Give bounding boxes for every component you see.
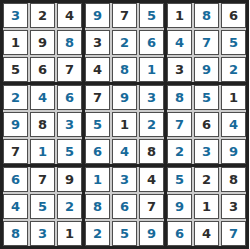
sudoku-cell-r3c4[interactable]: 4 [85,57,110,82]
sudoku-cell-r5c8[interactable]: 6 [194,112,219,137]
sudoku-cell-r5c2[interactable]: 8 [30,112,55,137]
sudoku-box-9: 528913647 [167,167,246,246]
sudoku-cell-r2c7[interactable]: 4 [167,30,192,55]
sudoku-cell-r2c2[interactable]: 9 [30,30,55,55]
sudoku-cell-r5c3[interactable]: 3 [57,112,82,137]
sudoku-cell-r7c1[interactable]: 6 [3,167,28,192]
sudoku-cell-r8c4[interactable]: 8 [85,194,110,219]
sudoku-cell-r6c9[interactable]: 9 [221,139,246,164]
sudoku-cell-r4c5[interactable]: 9 [112,85,137,110]
sudoku-cell-r6c5[interactable]: 4 [112,139,137,164]
sudoku-cell-r9c6[interactable]: 9 [139,221,164,246]
sudoku-cell-r4c8[interactable]: 5 [194,85,219,110]
sudoku-cell-r2c9[interactable]: 5 [221,30,246,55]
sudoku-cell-r1c8[interactable]: 8 [194,3,219,28]
sudoku-cell-r6c1[interactable]: 7 [3,139,28,164]
sudoku-cell-r4c2[interactable]: 4 [30,85,55,110]
sudoku-box-6: 851764239 [167,85,246,164]
sudoku-cell-r2c4[interactable]: 3 [85,30,110,55]
sudoku-cell-r1c9[interactable]: 6 [221,3,246,28]
sudoku-cell-r7c4[interactable]: 1 [85,167,110,192]
sudoku-cell-r8c5[interactable]: 6 [112,194,137,219]
sudoku-cell-r4c3[interactable]: 6 [57,85,82,110]
sudoku-cell-r5c7[interactable]: 7 [167,112,192,137]
sudoku-cell-r9c4[interactable]: 2 [85,221,110,246]
sudoku-box-2: 975326481 [85,3,164,82]
sudoku-cell-r1c1[interactable]: 3 [3,3,28,28]
sudoku-cell-r5c4[interactable]: 5 [85,112,110,137]
sudoku-cell-r3c8[interactable]: 9 [194,57,219,82]
sudoku-cell-r8c3[interactable]: 2 [57,194,82,219]
sudoku-cell-r1c3[interactable]: 4 [57,3,82,28]
sudoku-box-8: 134867259 [85,167,164,246]
sudoku-cell-r3c9[interactable]: 2 [221,57,246,82]
sudoku-cell-r9c8[interactable]: 4 [194,221,219,246]
sudoku-cell-r4c4[interactable]: 7 [85,85,110,110]
sudoku-cell-r3c7[interactable]: 3 [167,57,192,82]
sudoku-cell-r1c2[interactable]: 2 [30,3,55,28]
sudoku-cell-r8c2[interactable]: 5 [30,194,55,219]
sudoku-box-1: 324198567 [3,3,82,82]
sudoku-cell-r1c6[interactable]: 5 [139,3,164,28]
sudoku-cell-r1c5[interactable]: 7 [112,3,137,28]
sudoku-cell-r2c3[interactable]: 8 [57,30,82,55]
sudoku-cell-r8c6[interactable]: 7 [139,194,164,219]
sudoku-cell-r3c5[interactable]: 8 [112,57,137,82]
sudoku-cell-r8c1[interactable]: 4 [3,194,28,219]
sudoku-cell-r8c9[interactable]: 3 [221,194,246,219]
sudoku-cell-r2c8[interactable]: 7 [194,30,219,55]
sudoku-cell-r1c4[interactable]: 9 [85,3,110,28]
sudoku-box-5: 793512648 [85,85,164,164]
sudoku-cell-r4c6[interactable]: 3 [139,85,164,110]
sudoku-cell-r7c7[interactable]: 5 [167,167,192,192]
sudoku-cell-r5c1[interactable]: 9 [3,112,28,137]
sudoku-cell-r2c5[interactable]: 2 [112,30,137,55]
sudoku-cell-r9c3[interactable]: 1 [57,221,82,246]
sudoku-cell-r6c2[interactable]: 1 [30,139,55,164]
sudoku-cell-r7c5[interactable]: 3 [112,167,137,192]
sudoku-cell-r8c7[interactable]: 9 [167,194,192,219]
sudoku-cell-r9c7[interactable]: 6 [167,221,192,246]
sudoku-box-4: 246983715 [3,85,82,164]
sudoku-cell-r5c9[interactable]: 4 [221,112,246,137]
sudoku-cell-r9c9[interactable]: 7 [221,221,246,246]
sudoku-cell-r3c1[interactable]: 5 [3,57,28,82]
sudoku-cell-r4c9[interactable]: 1 [221,85,246,110]
sudoku-cell-r9c2[interactable]: 3 [30,221,55,246]
sudoku-cell-r3c3[interactable]: 7 [57,57,82,82]
sudoku-cell-r9c1[interactable]: 8 [3,221,28,246]
sudoku-cell-r6c6[interactable]: 8 [139,139,164,164]
sudoku-cell-r1c7[interactable]: 1 [167,3,192,28]
sudoku-cell-r4c1[interactable]: 2 [3,85,28,110]
sudoku-box-7: 679452831 [3,167,82,246]
sudoku-cell-r3c6[interactable]: 1 [139,57,164,82]
sudoku-cell-r7c3[interactable]: 9 [57,167,82,192]
sudoku-cell-r6c3[interactable]: 5 [57,139,82,164]
sudoku-box-3: 186475392 [167,3,246,82]
sudoku-cell-r7c2[interactable]: 7 [30,167,55,192]
sudoku-cell-r7c8[interactable]: 2 [194,167,219,192]
sudoku-cell-r9c5[interactable]: 5 [112,221,137,246]
sudoku-board: 3241985679753264811864753922469837157935… [0,0,249,249]
sudoku-cell-r8c8[interactable]: 1 [194,194,219,219]
sudoku-cell-r5c6[interactable]: 2 [139,112,164,137]
sudoku-cell-r3c2[interactable]: 6 [30,57,55,82]
sudoku-cell-r2c6[interactable]: 6 [139,30,164,55]
sudoku-cell-r5c5[interactable]: 1 [112,112,137,137]
sudoku-cell-r6c7[interactable]: 2 [167,139,192,164]
sudoku-cell-r7c6[interactable]: 4 [139,167,164,192]
sudoku-cell-r6c8[interactable]: 3 [194,139,219,164]
sudoku-cell-r2c1[interactable]: 1 [3,30,28,55]
sudoku-cell-r6c4[interactable]: 6 [85,139,110,164]
sudoku-cell-r7c9[interactable]: 8 [221,167,246,192]
sudoku-cell-r4c7[interactable]: 8 [167,85,192,110]
